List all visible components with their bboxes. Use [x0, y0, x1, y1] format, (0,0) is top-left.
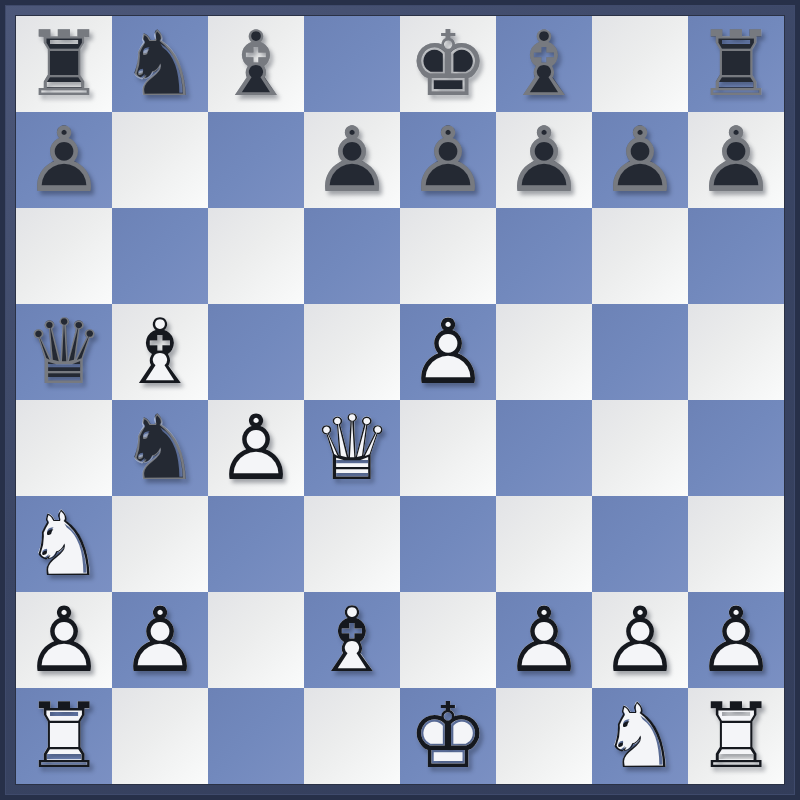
square-g6[interactable]	[592, 208, 688, 304]
square-a2[interactable]: ♟♙	[16, 592, 112, 688]
square-h7[interactable]: ♟♙	[688, 112, 784, 208]
black-queen[interactable]: ♛♕	[16, 304, 112, 400]
black-pawn[interactable]: ♟♙	[688, 112, 784, 208]
square-f4[interactable]	[496, 400, 592, 496]
black-pawn-detail-icon: ♙	[304, 112, 400, 208]
square-c2[interactable]	[208, 592, 304, 688]
square-g1[interactable]: ♞♘	[592, 688, 688, 784]
square-f6[interactable]	[496, 208, 592, 304]
black-rook-detail-icon: ♖	[688, 16, 784, 112]
square-g3[interactable]	[592, 496, 688, 592]
square-a4[interactable]	[16, 400, 112, 496]
black-pawn-detail-icon: ♙	[496, 112, 592, 208]
square-e8[interactable]: ♚♔	[400, 16, 496, 112]
square-c7[interactable]	[208, 112, 304, 208]
white-pawn[interactable]: ♟♙	[208, 400, 304, 496]
white-queen-detail-icon: ♕	[304, 400, 400, 496]
square-d4[interactable]: ♛♕	[304, 400, 400, 496]
square-d3[interactable]	[304, 496, 400, 592]
square-b2[interactable]: ♟♙	[112, 592, 208, 688]
black-queen-detail-icon: ♕	[16, 304, 112, 400]
white-pawn-detail-icon: ♙	[400, 304, 496, 400]
white-bishop-detail-icon: ♗	[304, 592, 400, 688]
black-pawn[interactable]: ♟♙	[304, 112, 400, 208]
black-pawn[interactable]: ♟♙	[400, 112, 496, 208]
white-bishop[interactable]: ♝♗	[112, 304, 208, 400]
black-knight[interactable]: ♞♘	[112, 16, 208, 112]
white-knight-detail-icon: ♘	[16, 496, 112, 592]
square-e7[interactable]: ♟♙	[400, 112, 496, 208]
square-b5[interactable]: ♝♗	[112, 304, 208, 400]
black-pawn-detail-icon: ♙	[16, 112, 112, 208]
black-knight-detail-icon: ♘	[112, 400, 208, 496]
square-h4[interactable]	[688, 400, 784, 496]
square-h8[interactable]: ♜♖	[688, 16, 784, 112]
white-bishop[interactable]: ♝♗	[304, 592, 400, 688]
square-a8[interactable]: ♜♖	[16, 16, 112, 112]
black-bishop-detail-icon: ♗	[208, 16, 304, 112]
square-d6[interactable]	[304, 208, 400, 304]
square-a5[interactable]: ♛♕	[16, 304, 112, 400]
square-e5[interactable]: ♟♙	[400, 304, 496, 400]
square-f5[interactable]	[496, 304, 592, 400]
white-pawn[interactable]: ♟♙	[400, 304, 496, 400]
black-pawn-detail-icon: ♙	[688, 112, 784, 208]
square-b3[interactable]	[112, 496, 208, 592]
white-bishop-detail-icon: ♗	[112, 304, 208, 400]
black-knight-detail-icon: ♘	[112, 16, 208, 112]
square-g2[interactable]: ♟♙	[592, 592, 688, 688]
square-h6[interactable]	[688, 208, 784, 304]
black-rook-detail-icon: ♖	[16, 16, 112, 112]
square-b6[interactable]	[112, 208, 208, 304]
black-rook[interactable]: ♜♖	[688, 16, 784, 112]
white-rook[interactable]: ♜♖	[16, 688, 112, 784]
white-pawn-detail-icon: ♙	[688, 592, 784, 688]
square-e6[interactable]	[400, 208, 496, 304]
square-c3[interactable]	[208, 496, 304, 592]
square-h1[interactable]: ♜♖	[688, 688, 784, 784]
square-d7[interactable]: ♟♙	[304, 112, 400, 208]
square-a6[interactable]	[16, 208, 112, 304]
square-f2[interactable]: ♟♙	[496, 592, 592, 688]
black-king[interactable]: ♚♔	[400, 16, 496, 112]
black-bishop[interactable]: ♝♗	[208, 16, 304, 112]
square-f7[interactable]: ♟♙	[496, 112, 592, 208]
square-h3[interactable]	[688, 496, 784, 592]
white-knight-detail-icon: ♘	[592, 688, 688, 784]
black-knight[interactable]: ♞♘	[112, 400, 208, 496]
square-b4[interactable]: ♞♘	[112, 400, 208, 496]
black-pawn[interactable]: ♟♙	[592, 112, 688, 208]
white-king[interactable]: ♚♔	[400, 688, 496, 784]
square-g4[interactable]	[592, 400, 688, 496]
square-h2[interactable]: ♟♙	[688, 592, 784, 688]
square-e2[interactable]	[400, 592, 496, 688]
square-a7[interactable]: ♟♙	[16, 112, 112, 208]
black-king-detail-icon: ♔	[400, 16, 496, 112]
black-pawn-detail-icon: ♙	[592, 112, 688, 208]
white-knight[interactable]: ♞♘	[16, 496, 112, 592]
white-knight[interactable]: ♞♘	[592, 688, 688, 784]
white-pawn-detail-icon: ♙	[496, 592, 592, 688]
square-e3[interactable]	[400, 496, 496, 592]
square-a1[interactable]: ♜♖	[16, 688, 112, 784]
square-b8[interactable]: ♞♘	[112, 16, 208, 112]
square-d8[interactable]	[304, 16, 400, 112]
square-c6[interactable]	[208, 208, 304, 304]
square-g5[interactable]	[592, 304, 688, 400]
white-pawn-detail-icon: ♙	[16, 592, 112, 688]
white-pawn[interactable]: ♟♙	[112, 592, 208, 688]
square-d1[interactable]	[304, 688, 400, 784]
black-rook[interactable]: ♜♖	[16, 16, 112, 112]
white-rook-detail-icon: ♖	[688, 688, 784, 784]
square-g7[interactable]: ♟♙	[592, 112, 688, 208]
square-c5[interactable]	[208, 304, 304, 400]
black-bishop-detail-icon: ♗	[496, 16, 592, 112]
black-pawn[interactable]: ♟♙	[16, 112, 112, 208]
square-b1[interactable]	[112, 688, 208, 784]
white-pawn-detail-icon: ♙	[112, 592, 208, 688]
white-pawn[interactable]: ♟♙	[592, 592, 688, 688]
white-king-detail-icon: ♔	[400, 688, 496, 784]
black-pawn-detail-icon: ♙	[400, 112, 496, 208]
board-frame: ♜♖♞♘♝♗♚♔♝♗♜♖♟♙♟♙♟♙♟♙♟♙♟♙♛♕♝♗♟♙♞♘♟♙♛♕♞♘♟♙…	[0, 0, 800, 800]
square-e4[interactable]	[400, 400, 496, 496]
white-rook-detail-icon: ♖	[16, 688, 112, 784]
black-pawn[interactable]: ♟♙	[496, 112, 592, 208]
square-a3[interactable]: ♞♘	[16, 496, 112, 592]
black-bishop[interactable]: ♝♗	[496, 16, 592, 112]
square-h5[interactable]	[688, 304, 784, 400]
square-d5[interactable]	[304, 304, 400, 400]
square-g8[interactable]	[592, 16, 688, 112]
square-c8[interactable]: ♝♗	[208, 16, 304, 112]
white-pawn[interactable]: ♟♙	[496, 592, 592, 688]
white-pawn-detail-icon: ♙	[592, 592, 688, 688]
square-d2[interactable]: ♝♗	[304, 592, 400, 688]
square-c4[interactable]: ♟♙	[208, 400, 304, 496]
white-pawn-detail-icon: ♙	[208, 400, 304, 496]
square-f8[interactable]: ♝♗	[496, 16, 592, 112]
white-rook[interactable]: ♜♖	[688, 688, 784, 784]
square-b7[interactable]	[112, 112, 208, 208]
white-pawn[interactable]: ♟♙	[16, 592, 112, 688]
square-f3[interactable]	[496, 496, 592, 592]
square-c1[interactable]	[208, 688, 304, 784]
white-queen[interactable]: ♛♕	[304, 400, 400, 496]
chess-board: ♜♖♞♘♝♗♚♔♝♗♜♖♟♙♟♙♟♙♟♙♟♙♟♙♛♕♝♗♟♙♞♘♟♙♛♕♞♘♟♙…	[16, 16, 784, 784]
white-pawn[interactable]: ♟♙	[688, 592, 784, 688]
square-f1[interactable]	[496, 688, 592, 784]
square-e1[interactable]: ♚♔	[400, 688, 496, 784]
